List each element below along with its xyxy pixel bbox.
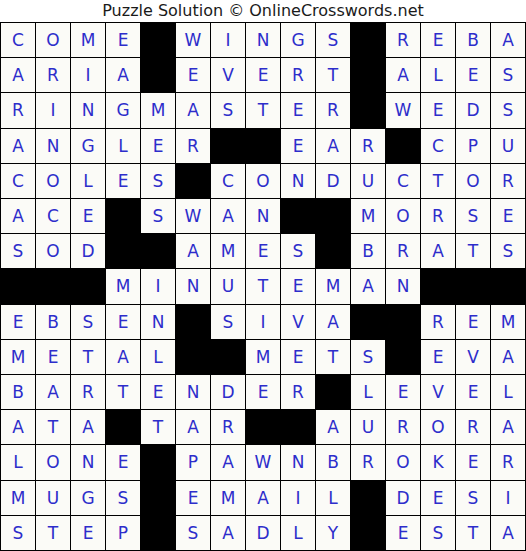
letter-cell: T [36, 410, 70, 444]
letter-cell: E [106, 305, 140, 339]
letter-cell: N [281, 164, 315, 198]
block-cell [316, 375, 350, 409]
letter-cell: R [491, 164, 525, 198]
letter-cell: R [491, 445, 525, 479]
letter-cell: U [351, 164, 385, 198]
letter-cell: S [456, 481, 490, 515]
letter-cell: T [71, 340, 105, 374]
block-cell [351, 93, 385, 127]
letter-cell: S [71, 305, 105, 339]
letter-cell: S [421, 516, 455, 550]
letter-cell: N [176, 375, 210, 409]
letter-cell: A [36, 375, 70, 409]
letter-cell: T [246, 269, 280, 303]
letter-cell: L [141, 340, 175, 374]
letter-cell: R [351, 129, 385, 163]
letter-cell: W [386, 93, 420, 127]
letter-cell: D [211, 375, 245, 409]
letter-cell: A [211, 199, 245, 233]
letter-cell: A [246, 481, 280, 515]
letter-cell: A [176, 93, 210, 127]
letter-cell: I [246, 305, 280, 339]
block-cell [281, 199, 315, 233]
letter-cell: W [176, 199, 210, 233]
letter-cell: E [491, 199, 525, 233]
letter-cell: G [71, 481, 105, 515]
letter-cell: R [421, 199, 455, 233]
letter-cell: E [456, 305, 490, 339]
letter-cell: E [281, 129, 315, 163]
letter-cell: A [106, 340, 140, 374]
block-cell [176, 340, 210, 374]
letter-cell: O [246, 164, 280, 198]
letter-cell: I [281, 481, 315, 515]
letter-cell: I [36, 93, 70, 127]
letter-cell: N [246, 23, 280, 57]
letter-cell: B [351, 234, 385, 268]
letter-cell: S [106, 481, 140, 515]
block-cell [141, 481, 175, 515]
puzzle-solution-page: Puzzle Solution © OnlineCrosswords.net C… [0, 0, 526, 551]
letter-cell: M [316, 269, 350, 303]
letter-cell: A [1, 58, 35, 92]
letter-cell: C [211, 164, 245, 198]
letter-cell: E [456, 375, 490, 409]
letter-cell: B [36, 305, 70, 339]
letter-cell: B [1, 375, 35, 409]
letter-cell: L [421, 58, 455, 92]
letter-cell: E [246, 375, 280, 409]
letter-cell: E [281, 340, 315, 374]
letter-cell: L [316, 481, 350, 515]
letter-cell: W [246, 445, 280, 479]
letter-cell: L [491, 375, 525, 409]
letter-cell: E [246, 58, 280, 92]
letter-cell: P [456, 129, 490, 163]
letter-cell: C [36, 199, 70, 233]
block-cell [106, 410, 140, 444]
letter-cell: E [421, 481, 455, 515]
letter-cell: E [176, 58, 210, 92]
block-cell [351, 481, 385, 515]
letter-cell: E [246, 234, 280, 268]
block-cell [351, 516, 385, 550]
letter-cell: S [141, 164, 175, 198]
letter-cell: L [71, 164, 105, 198]
letter-cell: E [456, 58, 490, 92]
letter-cell: E [71, 199, 105, 233]
letter-cell: A [491, 340, 525, 374]
letter-cell: R [316, 93, 350, 127]
letter-cell: E [281, 269, 315, 303]
letter-cell: D [316, 164, 350, 198]
block-cell [211, 340, 245, 374]
letter-cell: R [281, 58, 315, 92]
letter-cell: O [421, 410, 455, 444]
letter-cell: U [351, 410, 385, 444]
letter-cell: E [71, 516, 105, 550]
block-cell [246, 129, 280, 163]
letter-cell: R [421, 305, 455, 339]
letter-cell: U [36, 481, 70, 515]
block-cell [176, 305, 210, 339]
letter-cell: V [211, 58, 245, 92]
letter-cell: M [351, 199, 385, 233]
letter-cell: N [71, 93, 105, 127]
block-cell [141, 23, 175, 57]
letter-cell: E [421, 93, 455, 127]
letter-cell: N [36, 129, 70, 163]
letter-cell: R [1, 93, 35, 127]
letter-cell: L [351, 375, 385, 409]
letter-cell: T [141, 410, 175, 444]
block-cell [386, 305, 420, 339]
letter-cell: G [106, 93, 140, 127]
letter-cell: R [281, 375, 315, 409]
letter-cell: N [141, 305, 175, 339]
letter-cell: A [1, 199, 35, 233]
letter-cell: A [176, 410, 210, 444]
block-cell [176, 164, 210, 198]
letter-cell: D [71, 234, 105, 268]
letter-cell: R [386, 23, 420, 57]
letter-cell: A [211, 516, 245, 550]
letter-cell: M [106, 269, 140, 303]
letter-cell: D [386, 481, 420, 515]
letter-cell: A [106, 58, 140, 92]
letter-cell: N [386, 269, 420, 303]
letter-cell: A [421, 234, 455, 268]
letter-cell: E [141, 129, 175, 163]
letter-cell: S [351, 340, 385, 374]
letter-cell: M [1, 340, 35, 374]
letter-cell: R [386, 234, 420, 268]
letter-cell: I [211, 23, 245, 57]
block-cell [316, 234, 350, 268]
letter-cell: M [246, 340, 280, 374]
letter-cell: L [1, 445, 35, 479]
letter-cell: W [176, 23, 210, 57]
letter-cell: S [211, 93, 245, 127]
letter-cell: E [141, 375, 175, 409]
letter-cell: T [456, 234, 490, 268]
letter-cell: A [316, 410, 350, 444]
letter-cell: V [456, 340, 490, 374]
letter-cell: O [386, 445, 420, 479]
letter-cell: N [246, 199, 280, 233]
letter-cell: S [456, 199, 490, 233]
letter-cell: M [71, 23, 105, 57]
letter-cell: S [281, 234, 315, 268]
letter-cell: T [456, 516, 490, 550]
letter-cell: E [36, 340, 70, 374]
block-cell [141, 58, 175, 92]
letter-cell: I [141, 269, 175, 303]
letter-cell: V [281, 305, 315, 339]
letter-cell: E [386, 516, 420, 550]
letter-cell: T [421, 164, 455, 198]
letter-cell: D [456, 93, 490, 127]
block-cell [36, 269, 70, 303]
letter-cell: A [1, 129, 35, 163]
letter-cell: U [491, 129, 525, 163]
letter-cell: A [386, 58, 420, 92]
crossword-grid: COMEWINGSREBAARIAEVERTALESRINGMASTERWEDS… [0, 22, 526, 551]
letter-cell: Y [316, 516, 350, 550]
letter-cell: E [106, 23, 140, 57]
letter-cell: E [281, 93, 315, 127]
letter-cell: R [176, 129, 210, 163]
letter-cell: V [421, 375, 455, 409]
letter-cell: K [421, 445, 455, 479]
letter-cell: R [351, 445, 385, 479]
letter-cell: O [36, 445, 70, 479]
letter-cell: N [281, 445, 315, 479]
puzzle-title: Puzzle Solution © OnlineCrosswords.net [0, 0, 526, 22]
letter-cell: I [71, 58, 105, 92]
letter-cell: I [491, 481, 525, 515]
letter-cell: P [176, 445, 210, 479]
letter-cell: P [106, 516, 140, 550]
letter-cell: A [176, 234, 210, 268]
letter-cell: S [1, 516, 35, 550]
letter-cell: R [36, 58, 70, 92]
letter-cell: G [281, 23, 315, 57]
letter-cell: A [491, 23, 525, 57]
block-cell [71, 269, 105, 303]
letter-cell: E [106, 445, 140, 479]
letter-cell: A [351, 269, 385, 303]
letter-cell: A [491, 410, 525, 444]
letter-cell: N [71, 445, 105, 479]
letter-cell: T [246, 93, 280, 127]
block-cell [386, 129, 420, 163]
letter-cell: A [1, 410, 35, 444]
letter-cell: R [211, 410, 245, 444]
letter-cell: E [421, 23, 455, 57]
letter-cell: B [456, 23, 490, 57]
letter-cell: G [71, 129, 105, 163]
letter-cell: E [176, 481, 210, 515]
letter-cell: S [491, 234, 525, 268]
letter-cell: O [386, 199, 420, 233]
letter-cell: O [456, 164, 490, 198]
letter-cell: E [1, 305, 35, 339]
block-cell [211, 129, 245, 163]
letter-cell: C [1, 164, 35, 198]
block-cell [491, 269, 525, 303]
block-cell [141, 445, 175, 479]
letter-cell: C [1, 23, 35, 57]
block-cell [246, 410, 280, 444]
letter-cell: A [491, 516, 525, 550]
letter-cell: M [1, 481, 35, 515]
letter-cell: A [211, 445, 245, 479]
letter-cell: M [211, 481, 245, 515]
block-cell [141, 234, 175, 268]
block-cell [386, 340, 420, 374]
letter-cell: A [71, 410, 105, 444]
block-cell [421, 269, 455, 303]
block-cell [106, 199, 140, 233]
letter-cell: M [491, 305, 525, 339]
letter-cell: R [386, 410, 420, 444]
letter-cell: T [316, 58, 350, 92]
letter-cell: C [421, 129, 455, 163]
block-cell [281, 410, 315, 444]
letter-cell: B [316, 445, 350, 479]
letter-cell: D [246, 516, 280, 550]
block-cell [141, 516, 175, 550]
letter-cell: E [386, 375, 420, 409]
letter-cell: T [316, 340, 350, 374]
letter-cell: U [211, 269, 245, 303]
letter-cell: S [491, 93, 525, 127]
letter-cell: N [176, 269, 210, 303]
letter-cell: O [36, 164, 70, 198]
letter-cell: E [106, 164, 140, 198]
letter-cell: E [421, 340, 455, 374]
letter-cell: S [491, 58, 525, 92]
letter-cell: L [281, 516, 315, 550]
letter-cell: O [36, 23, 70, 57]
letter-cell: A [316, 129, 350, 163]
block-cell [351, 23, 385, 57]
letter-cell: R [71, 375, 105, 409]
letter-cell: S [176, 516, 210, 550]
letter-cell: T [36, 516, 70, 550]
letter-cell: O [36, 234, 70, 268]
block-cell [351, 58, 385, 92]
letter-cell: A [316, 305, 350, 339]
letter-cell: M [141, 93, 175, 127]
block-cell [1, 269, 35, 303]
letter-cell: E [456, 445, 490, 479]
letter-cell: M [211, 234, 245, 268]
block-cell [106, 234, 140, 268]
letter-cell: C [386, 164, 420, 198]
letter-cell: S [141, 199, 175, 233]
letter-cell: T [106, 375, 140, 409]
block-cell [456, 269, 490, 303]
letter-cell: R [456, 410, 490, 444]
block-cell [351, 305, 385, 339]
letter-cell: S [211, 305, 245, 339]
letter-cell: L [106, 129, 140, 163]
block-cell [316, 199, 350, 233]
letter-cell: S [316, 23, 350, 57]
letter-cell: S [1, 234, 35, 268]
